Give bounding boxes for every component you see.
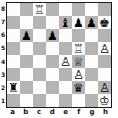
- file-label-c: c: [33, 108, 46, 118]
- square-c3[interactable]: [33, 68, 46, 81]
- square-a5[interactable]: [7, 42, 20, 55]
- square-h5[interactable]: ♙: [98, 42, 111, 55]
- square-b5[interactable]: [20, 42, 33, 55]
- square-d8[interactable]: [46, 3, 59, 16]
- square-d5[interactable]: [46, 42, 59, 55]
- square-c8[interactable]: ♖: [33, 3, 46, 16]
- file-label-a: a: [6, 108, 19, 118]
- black-rook-a2: ♜: [8, 81, 19, 93]
- square-h1[interactable]: ♔: [98, 94, 111, 107]
- square-e6[interactable]: [59, 29, 72, 42]
- square-g1[interactable]: [85, 94, 98, 107]
- file-label-d: d: [46, 108, 59, 118]
- square-g4[interactable]: [85, 55, 98, 68]
- white-pawn-e4: ♙: [60, 55, 71, 67]
- square-d2[interactable]: [46, 81, 59, 94]
- square-g6[interactable]: [85, 29, 98, 42]
- square-a7[interactable]: [7, 16, 20, 29]
- square-b8[interactable]: [20, 3, 33, 16]
- square-h7[interactable]: ♚: [98, 16, 111, 29]
- black-pawn-f7: ♟: [73, 16, 84, 28]
- square-e2[interactable]: [59, 81, 72, 94]
- square-a8[interactable]: [7, 3, 20, 16]
- square-d3[interactable]: [46, 68, 59, 81]
- white-queen-f4: ♕: [73, 55, 84, 67]
- white-pawn-f3: ♙: [73, 68, 84, 80]
- square-a4[interactable]: [7, 55, 20, 68]
- square-a1[interactable]: [7, 94, 20, 107]
- square-f2[interactable]: ♛: [72, 81, 85, 94]
- chess-board: ♖♝♟♟♚♟♟♖♙♙♕♙♜♛♙♔: [6, 2, 112, 108]
- square-g7[interactable]: ♟: [85, 16, 98, 29]
- square-g5[interactable]: [85, 42, 98, 55]
- black-queen-f2: ♛: [73, 81, 84, 93]
- square-c1[interactable]: [33, 94, 46, 107]
- square-c4[interactable]: [33, 55, 46, 68]
- black-pawn-b6: ♟: [21, 29, 32, 41]
- file-label-g: g: [86, 108, 99, 118]
- square-d6[interactable]: ♟: [46, 29, 59, 42]
- square-b2[interactable]: [20, 81, 33, 94]
- square-c5[interactable]: [33, 42, 46, 55]
- file-label-b: b: [19, 108, 32, 118]
- black-bishop-e7: ♝: [60, 16, 71, 28]
- square-b1[interactable]: [20, 94, 33, 107]
- square-f1[interactable]: [72, 94, 85, 107]
- square-e3[interactable]: [59, 68, 72, 81]
- square-a2[interactable]: ♜: [7, 81, 20, 94]
- square-b4[interactable]: [20, 55, 33, 68]
- white-rook-c8: ♖: [34, 3, 45, 15]
- file-labels: abcdefgh: [6, 108, 112, 118]
- square-c7[interactable]: [33, 16, 46, 29]
- square-e7[interactable]: ♝: [59, 16, 72, 29]
- square-c6[interactable]: [33, 29, 46, 42]
- white-pawn-h2: ♙: [99, 81, 110, 93]
- black-pawn-d6: ♟: [47, 29, 58, 41]
- square-c2[interactable]: [33, 81, 46, 94]
- white-king-h1: ♔: [99, 94, 110, 106]
- square-e1[interactable]: [59, 94, 72, 107]
- file-label-e: e: [59, 108, 72, 118]
- white-pawn-h5: ♙: [99, 42, 110, 54]
- chess-diagram: 87654321 ♖♝♟♟♚♟♟♖♙♙♕♙♜♛♙♔ abcdefgh: [0, 0, 118, 118]
- square-f7[interactable]: ♟: [72, 16, 85, 29]
- square-b6[interactable]: ♟: [20, 29, 33, 42]
- file-label-f: f: [72, 108, 85, 118]
- square-h4[interactable]: [98, 55, 111, 68]
- black-king-h7: ♚: [99, 16, 110, 28]
- file-label-h: h: [99, 108, 112, 118]
- square-g3[interactable]: [85, 68, 98, 81]
- square-g2[interactable]: [85, 81, 98, 94]
- square-d1[interactable]: [46, 94, 59, 107]
- square-a6[interactable]: [7, 29, 20, 42]
- square-b3[interactable]: [20, 68, 33, 81]
- square-d4[interactable]: [46, 55, 59, 68]
- square-e4[interactable]: ♙: [59, 55, 72, 68]
- black-pawn-g7: ♟: [86, 16, 97, 28]
- white-rook-f5: ♖: [73, 42, 84, 54]
